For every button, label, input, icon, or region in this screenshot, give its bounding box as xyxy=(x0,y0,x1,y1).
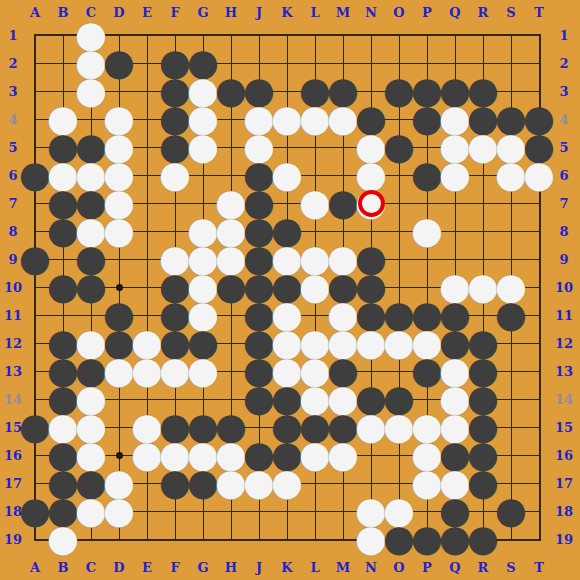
board-intersection[interactable] xyxy=(217,301,245,329)
board-intersection[interactable]: ● xyxy=(469,469,497,497)
board-intersection[interactable] xyxy=(329,497,357,525)
column-label: K xyxy=(273,558,301,576)
board-intersection[interactable] xyxy=(21,441,49,469)
row-label: 1 xyxy=(553,21,575,49)
board-intersection[interactable] xyxy=(525,329,553,357)
board-intersection[interactable] xyxy=(525,21,553,49)
board-intersection[interactable] xyxy=(245,497,273,525)
board-intersection[interactable]: ● xyxy=(441,525,469,553)
board-intersection[interactable] xyxy=(245,525,273,553)
board-intersection[interactable]: ● xyxy=(413,161,441,189)
board-intersection[interactable] xyxy=(525,525,553,553)
board-intersection[interactable] xyxy=(133,273,161,301)
board-intersection[interactable]: ● xyxy=(273,105,301,133)
board-intersection[interactable] xyxy=(329,525,357,553)
column-label: E xyxy=(133,558,161,576)
row-label: 13 xyxy=(553,357,575,385)
board-intersection[interactable] xyxy=(413,245,441,273)
board-intersection[interactable] xyxy=(217,105,245,133)
board-intersection[interactable]: ● xyxy=(105,357,133,385)
board-intersection[interactable] xyxy=(105,525,133,553)
board-intersection[interactable] xyxy=(189,525,217,553)
board-intersection[interactable]: ● xyxy=(357,525,385,553)
column-label: O xyxy=(385,3,413,21)
row-label: 16 xyxy=(553,441,575,469)
column-label: N xyxy=(357,558,385,576)
board-intersection[interactable]: ● xyxy=(301,441,329,469)
column-label: D xyxy=(105,558,133,576)
row-label: 18 xyxy=(553,497,575,525)
board-intersection[interactable] xyxy=(217,133,245,161)
board-intersection[interactable]: ● xyxy=(385,413,413,441)
board-intersection[interactable]: ● xyxy=(105,497,133,525)
board-intersection[interactable] xyxy=(497,357,525,385)
board-intersection[interactable] xyxy=(441,217,469,245)
board-intersection[interactable] xyxy=(525,301,553,329)
board-intersection[interactable] xyxy=(497,441,525,469)
board-intersection[interactable] xyxy=(469,161,497,189)
column-label: A xyxy=(21,3,49,21)
white-stone: ● xyxy=(327,435,359,472)
board-intersection[interactable] xyxy=(133,189,161,217)
board-intersection[interactable]: ● xyxy=(413,469,441,497)
board-intersection[interactable] xyxy=(525,469,553,497)
column-label: C xyxy=(77,558,105,576)
row-label: 5 xyxy=(553,133,575,161)
board-intersection[interactable]: ● xyxy=(21,161,49,189)
column-label: M xyxy=(329,558,357,576)
column-label: A xyxy=(21,558,49,576)
row-label: 8 xyxy=(553,217,575,245)
board-intersection[interactable]: ● xyxy=(441,161,469,189)
board-intersection[interactable] xyxy=(525,189,553,217)
board-intersection[interactable] xyxy=(217,525,245,553)
board-intersection[interactable]: ● xyxy=(49,525,77,553)
board-intersection[interactable]: ● xyxy=(301,273,329,301)
board-intersection[interactable]: ● xyxy=(329,189,357,217)
column-label: P xyxy=(413,558,441,576)
board-intersection[interactable] xyxy=(133,77,161,105)
board-intersection[interactable] xyxy=(21,189,49,217)
board-intersection[interactable] xyxy=(133,469,161,497)
board-intersection[interactable] xyxy=(217,329,245,357)
board-intersection[interactable]: ● xyxy=(77,77,105,105)
board-intersection[interactable]: ● xyxy=(469,133,497,161)
column-label: G xyxy=(189,558,217,576)
board-intersection[interactable]: ● xyxy=(245,385,273,413)
board-intersection[interactable] xyxy=(329,21,357,49)
board-intersection[interactable]: ● xyxy=(301,105,329,133)
board-intersection[interactable] xyxy=(21,105,49,133)
column-label: E xyxy=(133,3,161,21)
black-stone: ● xyxy=(103,43,135,80)
board-intersection[interactable] xyxy=(497,525,525,553)
column-label: J xyxy=(245,558,273,576)
board-intersection[interactable] xyxy=(133,133,161,161)
board-intersection[interactable] xyxy=(217,497,245,525)
board-intersection[interactable] xyxy=(77,525,105,553)
board-intersection[interactable] xyxy=(385,245,413,273)
board-intersection[interactable]: ● xyxy=(385,77,413,105)
board-intersection[interactable]: ● xyxy=(329,441,357,469)
board-intersection[interactable]: ● xyxy=(21,497,49,525)
board-intersection[interactable] xyxy=(385,189,413,217)
column-label: K xyxy=(273,3,301,21)
row-label: 15 xyxy=(553,413,575,441)
column-label: M xyxy=(329,3,357,21)
board-intersection[interactable] xyxy=(301,525,329,553)
board-intersection[interactable] xyxy=(161,497,189,525)
board-intersection[interactable] xyxy=(497,49,525,77)
white-stone: ● xyxy=(411,211,443,248)
column-label: J xyxy=(245,3,273,21)
board-intersection[interactable]: ● xyxy=(49,217,77,245)
board-intersection[interactable] xyxy=(161,525,189,553)
board-intersection[interactable]: ● xyxy=(21,245,49,273)
board-intersection[interactable]: ● xyxy=(385,525,413,553)
board-intersection[interactable] xyxy=(497,21,525,49)
black-stone: ● xyxy=(495,295,527,332)
board-intersection[interactable] xyxy=(273,49,301,77)
board-intersection[interactable] xyxy=(133,525,161,553)
column-label: P xyxy=(413,3,441,21)
row-label: 9 xyxy=(553,245,575,273)
board-intersection[interactable] xyxy=(189,497,217,525)
white-stone: ● xyxy=(187,127,219,164)
column-label: O xyxy=(385,558,413,576)
board-intersection[interactable]: ● xyxy=(133,357,161,385)
board-intersection[interactable]: ● xyxy=(245,469,273,497)
board-intersection[interactable] xyxy=(21,525,49,553)
intersections: ●●●●●●●●●●●●●●●●●●●●●●●●●●●●●●●●●●●●●●●●… xyxy=(21,21,553,553)
column-label: S xyxy=(497,3,525,21)
board-intersection[interactable] xyxy=(273,525,301,553)
row-label: 14 xyxy=(553,385,575,413)
board-intersection[interactable]: ● xyxy=(217,469,245,497)
board-intersection[interactable] xyxy=(273,21,301,49)
row-labels-right: 12345678910111213141516171819 xyxy=(553,21,575,553)
board-intersection[interactable]: ● xyxy=(49,273,77,301)
board-intersection[interactable] xyxy=(525,441,553,469)
board-intersection[interactable] xyxy=(385,21,413,49)
board-intersection[interactable]: ● xyxy=(413,217,441,245)
board-intersection[interactable]: ● xyxy=(105,49,133,77)
column-label: B xyxy=(49,3,77,21)
row-label: 19 xyxy=(553,525,575,553)
board-intersection[interactable] xyxy=(21,273,49,301)
board-intersection[interactable]: ● xyxy=(357,413,385,441)
board-intersection[interactable] xyxy=(105,245,133,273)
board-intersection[interactable] xyxy=(21,329,49,357)
column-label: T xyxy=(525,558,553,576)
board-intersection[interactable] xyxy=(329,133,357,161)
board-intersection[interactable] xyxy=(133,49,161,77)
board-intersection[interactable] xyxy=(301,133,329,161)
white-stone: ● xyxy=(187,351,219,388)
column-label: Q xyxy=(441,3,469,21)
white-stone: ● xyxy=(47,519,79,556)
board-intersection[interactable]: ● xyxy=(469,525,497,553)
board-intersection[interactable]: ● xyxy=(189,469,217,497)
board-intersection[interactable] xyxy=(49,49,77,77)
board-intersection[interactable] xyxy=(525,385,553,413)
board-intersection[interactable] xyxy=(301,497,329,525)
white-stone: ● xyxy=(159,155,191,192)
board-intersection[interactable] xyxy=(21,301,49,329)
star-point-marker xyxy=(116,452,123,459)
column-label: S xyxy=(497,558,525,576)
row-label: 12 xyxy=(553,329,575,357)
column-labels-bottom: ABCDEFGHJKLMNOPQRST xyxy=(21,558,553,576)
board-intersection[interactable]: ● xyxy=(329,105,357,133)
board-intersection[interactable]: ● xyxy=(161,357,189,385)
column-label: G xyxy=(189,3,217,21)
board-intersection[interactable] xyxy=(273,497,301,525)
board-intersection[interactable] xyxy=(469,21,497,49)
column-label: R xyxy=(469,558,497,576)
board-intersection[interactable] xyxy=(301,469,329,497)
board-intersection[interactable] xyxy=(329,469,357,497)
board-intersection[interactable] xyxy=(525,413,553,441)
board-intersection[interactable]: ● xyxy=(217,77,245,105)
board-intersection[interactable] xyxy=(161,189,189,217)
column-label: F xyxy=(161,3,189,21)
board-intersection[interactable] xyxy=(357,21,385,49)
board-intersection[interactable]: ● xyxy=(161,161,189,189)
board-intersection[interactable] xyxy=(525,357,553,385)
board-intersection[interactable] xyxy=(525,49,553,77)
row-label: 10 xyxy=(553,273,575,301)
white-stone: ● xyxy=(355,183,387,220)
board-intersection[interactable] xyxy=(385,161,413,189)
board-intersection[interactable]: ● xyxy=(189,133,217,161)
row-label: 11 xyxy=(553,301,575,329)
board-intersection[interactable]: ● xyxy=(385,133,413,161)
board-intersection[interactable] xyxy=(413,21,441,49)
row-label: 7 xyxy=(553,189,575,217)
board-intersection[interactable] xyxy=(357,441,385,469)
board-intersection[interactable] xyxy=(49,21,77,49)
black-stone: ● xyxy=(495,491,527,528)
column-label: H xyxy=(217,3,245,21)
board-intersection[interactable] xyxy=(497,413,525,441)
column-label: D xyxy=(105,3,133,21)
board-intersection[interactable] xyxy=(497,217,525,245)
board-intersection[interactable]: ● xyxy=(217,273,245,301)
board-intersection[interactable]: ● xyxy=(357,329,385,357)
board-intersection[interactable] xyxy=(301,21,329,49)
board-intersection[interactable]: ● xyxy=(77,273,105,301)
column-label: L xyxy=(301,3,329,21)
column-label: N xyxy=(357,3,385,21)
board-intersection[interactable] xyxy=(21,77,49,105)
board-intersection[interactable]: ● xyxy=(161,469,189,497)
board-intersection[interactable] xyxy=(441,21,469,49)
board-intersection[interactable]: ● xyxy=(497,161,525,189)
row-label: 6 xyxy=(553,161,575,189)
board-intersection[interactable] xyxy=(133,245,161,273)
board-intersection[interactable] xyxy=(189,161,217,189)
row-label: 2 xyxy=(553,49,575,77)
board-intersection[interactable]: ● xyxy=(133,441,161,469)
board-intersection[interactable]: ● xyxy=(497,301,525,329)
board-intersection[interactable]: ● xyxy=(77,497,105,525)
board-intersection[interactable]: ● xyxy=(413,357,441,385)
column-label: L xyxy=(301,558,329,576)
board-intersection[interactable]: ● xyxy=(273,469,301,497)
board-intersection[interactable] xyxy=(469,217,497,245)
column-label: H xyxy=(217,558,245,576)
white-stone: ● xyxy=(271,463,303,500)
board-intersection[interactable] xyxy=(441,189,469,217)
white-stone: ● xyxy=(103,211,135,248)
column-label: B xyxy=(49,558,77,576)
white-stone: ● xyxy=(523,155,555,192)
board-intersection[interactable] xyxy=(21,357,49,385)
board-intersection[interactable]: ● xyxy=(301,189,329,217)
board-intersection[interactable] xyxy=(133,161,161,189)
board-intersection[interactable] xyxy=(21,21,49,49)
board-intersection[interactable]: ● xyxy=(385,329,413,357)
board-intersection[interactable] xyxy=(497,385,525,413)
row-label: 17 xyxy=(553,469,575,497)
board-intersection[interactable]: ● xyxy=(525,161,553,189)
board-intersection[interactable] xyxy=(133,497,161,525)
black-stone: ● xyxy=(467,519,499,556)
board-intersection[interactable] xyxy=(133,217,161,245)
column-label: F xyxy=(161,558,189,576)
column-label: R xyxy=(469,3,497,21)
board-intersection[interactable] xyxy=(385,441,413,469)
board-intersection[interactable] xyxy=(385,217,413,245)
row-label: 3 xyxy=(553,77,575,105)
board-intersection[interactable] xyxy=(525,497,553,525)
board-intersection[interactable]: ● xyxy=(21,413,49,441)
white-stone: ● xyxy=(439,155,471,192)
board-intersection[interactable]: ● xyxy=(189,357,217,385)
board-intersection[interactable]: ● xyxy=(413,105,441,133)
board-intersection[interactable] xyxy=(357,49,385,77)
board-intersection[interactable] xyxy=(245,21,273,49)
go-board: ABCDEFGHJKLMNOPQRST ABCDEFGHJKLMNOPQRST … xyxy=(0,0,580,580)
board-intersection[interactable] xyxy=(525,245,553,273)
column-label: Q xyxy=(441,558,469,576)
white-stone: ● xyxy=(103,491,135,528)
board-intersection[interactable] xyxy=(105,385,133,413)
board-intersection[interactable]: ● xyxy=(273,161,301,189)
board-intersection[interactable] xyxy=(105,413,133,441)
last-move-marker[interactable]: ● xyxy=(357,189,385,217)
board-intersection[interactable] xyxy=(525,217,553,245)
board-intersection[interactable]: ● xyxy=(105,217,133,245)
board-intersection[interactable] xyxy=(217,21,245,49)
board-intersection[interactable]: ● xyxy=(413,525,441,553)
board-intersection[interactable] xyxy=(497,329,525,357)
column-label: T xyxy=(525,3,553,21)
row-label: 4 xyxy=(553,105,575,133)
board-intersection[interactable]: ● xyxy=(469,273,497,301)
board-intersection[interactable] xyxy=(469,189,497,217)
board-intersection[interactable] xyxy=(133,105,161,133)
board-intersection[interactable] xyxy=(525,273,553,301)
board-intersection[interactable]: ● xyxy=(497,497,525,525)
star-point-marker xyxy=(116,284,123,291)
board-intersection[interactable] xyxy=(21,49,49,77)
board-intersection[interactable] xyxy=(133,21,161,49)
board-intersection[interactable] xyxy=(497,189,525,217)
board-intersection[interactable] xyxy=(217,357,245,385)
